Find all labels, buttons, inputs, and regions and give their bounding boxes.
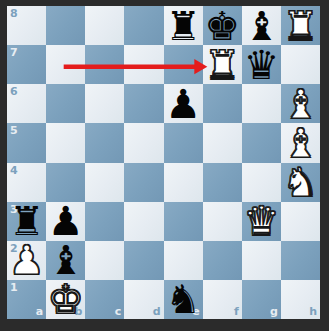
square-e8[interactable]: ♜ <box>164 6 203 45</box>
square-b3[interactable]: ♟ <box>46 202 85 241</box>
rank-label-6: 6 <box>10 86 18 97</box>
square-g5[interactable] <box>242 123 281 162</box>
white-knight-h4[interactable]: ♞ <box>281 163 320 202</box>
square-e4[interactable] <box>164 163 203 202</box>
square-e2[interactable] <box>164 241 203 280</box>
rank-label-5: 5 <box>10 125 18 136</box>
chess-board: 8♜♚♝♜7♜♛6♟♝5♝4♞3♜♟♛2♟♝1ab♚cde♞fgh <box>7 6 320 319</box>
white-rook-h8[interactable]: ♜ <box>281 6 320 45</box>
square-h2[interactable] <box>281 241 320 280</box>
square-a4[interactable]: 4 <box>7 163 46 202</box>
square-f7[interactable]: ♜ <box>203 45 242 84</box>
black-bishop-g8[interactable]: ♝ <box>242 6 281 45</box>
black-pawn-e6[interactable]: ♟ <box>164 84 203 123</box>
rank-label-8: 8 <box>10 8 18 19</box>
white-bishop-h5[interactable]: ♝ <box>281 123 320 162</box>
square-e3[interactable] <box>164 202 203 241</box>
square-g1[interactable]: g <box>242 280 281 319</box>
white-pawn-a2[interactable]: ♟ <box>7 241 46 280</box>
square-h6[interactable]: ♝ <box>281 84 320 123</box>
square-g2[interactable] <box>242 241 281 280</box>
square-c4[interactable] <box>85 163 124 202</box>
black-rook-e8[interactable]: ♜ <box>164 6 203 45</box>
black-pawn-b3[interactable]: ♟ <box>46 202 85 241</box>
square-d2[interactable] <box>124 241 163 280</box>
square-c1[interactable]: c <box>85 280 124 319</box>
white-queen-g3[interactable]: ♛ <box>242 202 281 241</box>
square-d1[interactable]: d <box>124 280 163 319</box>
rank-label-4: 4 <box>10 165 18 176</box>
square-b5[interactable] <box>46 123 85 162</box>
square-b8[interactable] <box>46 6 85 45</box>
square-b6[interactable] <box>46 84 85 123</box>
square-e6[interactable]: ♟ <box>164 84 203 123</box>
square-f4[interactable] <box>203 163 242 202</box>
square-f3[interactable] <box>203 202 242 241</box>
square-d5[interactable] <box>124 123 163 162</box>
square-d4[interactable] <box>124 163 163 202</box>
square-b2[interactable]: ♝ <box>46 241 85 280</box>
square-a2[interactable]: 2♟ <box>7 241 46 280</box>
square-c8[interactable] <box>85 6 124 45</box>
black-queen-g7[interactable]: ♛ <box>242 45 281 84</box>
square-f6[interactable] <box>203 84 242 123</box>
rank-label-1: 1 <box>10 282 18 293</box>
file-label-d: d <box>153 306 161 317</box>
file-label-c: c <box>115 306 122 317</box>
black-knight-e1[interactable]: ♞ <box>164 280 203 319</box>
square-h7[interactable] <box>281 45 320 84</box>
square-h8[interactable]: ♜ <box>281 6 320 45</box>
square-g4[interactable] <box>242 163 281 202</box>
square-f8[interactable]: ♚ <box>203 6 242 45</box>
square-g7[interactable]: ♛ <box>242 45 281 84</box>
square-g6[interactable] <box>242 84 281 123</box>
square-a5[interactable]: 5 <box>7 123 46 162</box>
square-a6[interactable]: 6 <box>7 84 46 123</box>
square-c5[interactable] <box>85 123 124 162</box>
square-g8[interactable]: ♝ <box>242 6 281 45</box>
white-rook-f7[interactable]: ♜ <box>203 45 242 84</box>
file-label-f: f <box>234 306 239 317</box>
square-e5[interactable] <box>164 123 203 162</box>
square-c7[interactable] <box>85 45 124 84</box>
square-c6[interactable] <box>85 84 124 123</box>
square-h4[interactable]: ♞ <box>281 163 320 202</box>
square-f5[interactable] <box>203 123 242 162</box>
black-bishop-b2[interactable]: ♝ <box>46 241 85 280</box>
square-d8[interactable] <box>124 6 163 45</box>
black-king-f8[interactable]: ♚ <box>203 6 242 45</box>
black-rook-a3[interactable]: ♜ <box>7 202 46 241</box>
square-b1[interactable]: b♚ <box>46 280 85 319</box>
square-d7[interactable] <box>124 45 163 84</box>
white-bishop-h6[interactable]: ♝ <box>281 84 320 123</box>
square-b7[interactable] <box>46 45 85 84</box>
square-f1[interactable]: f <box>203 280 242 319</box>
square-b4[interactable] <box>46 163 85 202</box>
file-label-g: g <box>270 306 278 317</box>
square-a7[interactable]: 7 <box>7 45 46 84</box>
square-h5[interactable]: ♝ <box>281 123 320 162</box>
square-c2[interactable] <box>85 241 124 280</box>
square-d6[interactable] <box>124 84 163 123</box>
square-e1[interactable]: e♞ <box>164 280 203 319</box>
square-d3[interactable] <box>124 202 163 241</box>
file-label-h: h <box>309 306 317 317</box>
square-f2[interactable] <box>203 241 242 280</box>
file-label-a: a <box>36 306 43 317</box>
screenshot-root: 8♜♚♝♜7♜♛6♟♝5♝4♞3♜♟♛2♟♝1ab♚cde♞fgh <box>0 0 329 331</box>
square-a8[interactable]: 8 <box>7 6 46 45</box>
rank-label-7: 7 <box>10 47 18 58</box>
square-g3[interactable]: ♛ <box>242 202 281 241</box>
square-c3[interactable] <box>85 202 124 241</box>
square-h1[interactable]: h <box>281 280 320 319</box>
white-king-b1[interactable]: ♚ <box>46 280 85 319</box>
square-a3[interactable]: 3♜ <box>7 202 46 241</box>
square-h3[interactable] <box>281 202 320 241</box>
square-e7[interactable] <box>164 45 203 84</box>
square-a1[interactable]: 1a <box>7 280 46 319</box>
